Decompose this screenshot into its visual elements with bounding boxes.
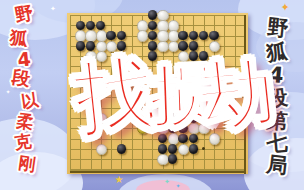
- black-stone: [148, 21, 157, 30]
- black-stone: [168, 154, 177, 163]
- left-caption-char: 刚: [17, 151, 37, 176]
- black-stone: [178, 31, 187, 40]
- black-stone: [209, 31, 218, 40]
- black-stone: [86, 21, 95, 30]
- black-stone: [189, 144, 198, 153]
- right-caption-char: 局: [265, 150, 289, 180]
- sparkle-icon: ★: [115, 175, 124, 185]
- sparkle-icon: ✦: [50, 6, 56, 13]
- sparkle-icon: ✦: [175, 183, 180, 189]
- black-stone: [106, 31, 115, 40]
- black-stone: [96, 21, 105, 30]
- star-point: [202, 147, 205, 150]
- thumbnail-scene: 野狐4段以柔克刚 野狐4段第七局 找损劫 ✦✦✦★✦✦: [0, 0, 304, 190]
- black-stone: [199, 31, 208, 40]
- white-stone: [157, 154, 168, 165]
- black-stone: [168, 144, 177, 153]
- title-char: 劫: [196, 41, 280, 148]
- black-stone: [189, 31, 198, 40]
- sparkle-icon: ✦: [164, 179, 170, 186]
- black-stone: [148, 10, 157, 19]
- left-caption-char: 克: [13, 129, 33, 154]
- black-stone: [117, 31, 126, 40]
- left-caption-char: 段: [10, 65, 31, 91]
- white-stone: [178, 144, 189, 155]
- black-stone: [76, 21, 85, 30]
- sparkle-icon: ✦: [280, 2, 289, 13]
- left-caption-char: 野: [13, 1, 35, 28]
- sparkle-icon: ✦: [5, 89, 10, 95]
